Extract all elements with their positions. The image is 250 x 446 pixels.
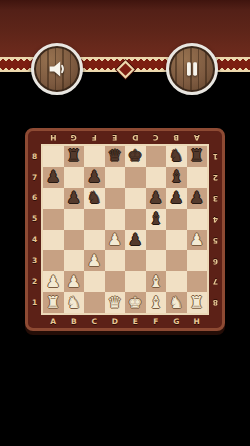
- file-label: G: [64, 132, 85, 143]
- square-d5[interactable]: [105, 209, 126, 230]
- square-b7[interactable]: [64, 167, 85, 188]
- piece-white-pawn: ♟: [87, 253, 101, 269]
- piece-black-pawn: ♟: [128, 232, 142, 248]
- square-d3[interactable]: [105, 250, 126, 271]
- square-g7[interactable]: ♝: [166, 167, 187, 188]
- rank-labels-left: 87654321: [29, 146, 40, 313]
- square-a6[interactable]: [43, 188, 64, 209]
- rank-label: 4: [29, 230, 40, 251]
- square-f8[interactable]: [146, 146, 167, 167]
- piece-white-rook: ♜: [46, 295, 60, 311]
- square-c7[interactable]: ♟: [84, 167, 105, 188]
- file-label: B: [166, 132, 187, 143]
- square-d8[interactable]: ♛: [105, 146, 126, 167]
- piece-white-pawn: ♟: [67, 274, 81, 290]
- square-d7[interactable]: [105, 167, 126, 188]
- file-labels-bottom: ABCDEFGH: [43, 316, 207, 327]
- file-label: E: [125, 316, 146, 327]
- file-label: A: [43, 316, 64, 327]
- chess-board: ABCDEFGH ABCDEFGH 87654321 87654321 ♜♛♚♞…: [25, 128, 225, 331]
- square-h7[interactable]: [187, 167, 208, 188]
- square-e4[interactable]: ♟: [125, 230, 146, 251]
- piece-black-knight: ♞: [169, 148, 183, 164]
- square-h3[interactable]: [187, 250, 208, 271]
- file-label: F: [146, 316, 167, 327]
- square-c4[interactable]: [84, 230, 105, 251]
- square-h1[interactable]: ♜: [187, 292, 208, 313]
- square-d2[interactable]: [105, 271, 126, 292]
- pause-button[interactable]: [166, 43, 218, 95]
- square-g8[interactable]: ♞: [166, 146, 187, 167]
- rank-label: 5: [29, 209, 40, 230]
- square-b5[interactable]: [64, 209, 85, 230]
- square-h2[interactable]: [187, 271, 208, 292]
- piece-black-pawn: ♟: [169, 190, 183, 206]
- square-b1[interactable]: ♞: [64, 292, 85, 313]
- square-a1[interactable]: ♜: [43, 292, 64, 313]
- piece-white-rook: ♜: [190, 295, 204, 311]
- file-label: H: [187, 316, 208, 327]
- rank-label: 2: [29, 271, 40, 292]
- square-b3[interactable]: [64, 250, 85, 271]
- file-label: B: [64, 316, 85, 327]
- rank-label: 6: [210, 250, 221, 271]
- square-f2[interactable]: ♝: [146, 271, 167, 292]
- square-b2[interactable]: ♟: [64, 271, 85, 292]
- file-labels-top: ABCDEFGH: [43, 132, 207, 143]
- piece-black-rook: ♜: [190, 148, 204, 164]
- rank-label: 4: [210, 209, 221, 230]
- piece-white-pawn: ♟: [190, 232, 204, 248]
- square-e5[interactable]: [125, 209, 146, 230]
- rank-labels-right: 87654321: [210, 146, 221, 313]
- piece-white-knight: ♞: [169, 295, 183, 311]
- square-h4[interactable]: ♟: [187, 230, 208, 251]
- square-a5[interactable]: [43, 209, 64, 230]
- file-label: E: [105, 132, 126, 143]
- square-h5[interactable]: [187, 209, 208, 230]
- rank-label: 7: [29, 167, 40, 188]
- sound-button[interactable]: [31, 43, 83, 95]
- piece-black-rook: ♜: [67, 148, 81, 164]
- square-b6[interactable]: ♟: [64, 188, 85, 209]
- square-d4[interactable]: ♟: [105, 230, 126, 251]
- square-e7[interactable]: [125, 167, 146, 188]
- rank-label: 8: [210, 292, 221, 313]
- rank-label: 6: [29, 188, 40, 209]
- piece-black-queen: ♛: [108, 148, 122, 164]
- square-f7[interactable]: [146, 167, 167, 188]
- square-c2[interactable]: [84, 271, 105, 292]
- rank-label: 7: [210, 271, 221, 292]
- piece-black-pawn: ♟: [87, 169, 101, 185]
- square-c8[interactable]: [84, 146, 105, 167]
- piece-white-pawn: ♟: [46, 274, 60, 290]
- game-screen: ABCDEFGH ABCDEFGH 87654321 87654321 ♜♛♚♞…: [0, 0, 250, 446]
- file-label: C: [146, 132, 167, 143]
- square-c3[interactable]: ♟: [84, 250, 105, 271]
- square-f6[interactable]: ♟: [146, 188, 167, 209]
- square-f3[interactable]: [146, 250, 167, 271]
- square-c6[interactable]: ♞: [84, 188, 105, 209]
- piece-black-bishop: ♝: [169, 169, 183, 185]
- square-a8[interactable]: [43, 146, 64, 167]
- pause-icon: [182, 59, 202, 79]
- square-a3[interactable]: [43, 250, 64, 271]
- square-f1[interactable]: ♝: [146, 292, 167, 313]
- file-label: G: [166, 316, 187, 327]
- rank-label: 3: [210, 188, 221, 209]
- square-f4[interactable]: [146, 230, 167, 251]
- piece-black-bishop: ♝: [149, 211, 163, 227]
- square-c5[interactable]: [84, 209, 105, 230]
- piece-white-bishop: ♝: [149, 295, 163, 311]
- piece-black-knight: ♞: [87, 190, 101, 206]
- speaker-icon: [46, 58, 68, 80]
- piece-white-queen: ♛: [108, 295, 122, 311]
- file-label: F: [84, 132, 105, 143]
- rank-label: 3: [29, 250, 40, 271]
- square-h6[interactable]: ♟: [187, 188, 208, 209]
- square-c1[interactable]: [84, 292, 105, 313]
- square-g5[interactable]: [166, 209, 187, 230]
- square-b4[interactable]: [64, 230, 85, 251]
- square-e2[interactable]: [125, 271, 146, 292]
- piece-black-pawn: ♟: [149, 190, 163, 206]
- piece-white-king: ♚: [128, 295, 142, 311]
- rank-label: 5: [210, 230, 221, 251]
- square-g6[interactable]: ♟: [166, 188, 187, 209]
- square-d1[interactable]: ♛: [105, 292, 126, 313]
- piece-black-pawn: ♟: [46, 169, 60, 185]
- piece-white-bishop: ♝: [149, 274, 163, 290]
- square-b8[interactable]: ♜: [64, 146, 85, 167]
- file-label: D: [125, 132, 146, 143]
- square-e6[interactable]: [125, 188, 146, 209]
- square-a7[interactable]: ♟: [43, 167, 64, 188]
- square-g1[interactable]: ♞: [166, 292, 187, 313]
- file-label: H: [43, 132, 64, 143]
- piece-black-pawn: ♟: [67, 190, 81, 206]
- file-label: D: [105, 316, 126, 327]
- piece-white-knight: ♞: [67, 295, 81, 311]
- square-g4[interactable]: [166, 230, 187, 251]
- square-g2[interactable]: [166, 271, 187, 292]
- square-e3[interactable]: [125, 250, 146, 271]
- board-squares: ♜♛♚♞♜♟♟♝♟♞♟♟♟♝♟♟♟♟♟♟♝♜♞♛♚♝♞♜: [41, 144, 209, 315]
- header-banner: [0, 0, 250, 57]
- square-e1[interactable]: ♚: [125, 292, 146, 313]
- square-d6[interactable]: [105, 188, 126, 209]
- rank-label: 8: [29, 146, 40, 167]
- square-a2[interactable]: ♟: [43, 271, 64, 292]
- square-f5[interactable]: ♝: [146, 209, 167, 230]
- piece-white-pawn: ♟: [108, 232, 122, 248]
- file-label: C: [84, 316, 105, 327]
- piece-black-pawn: ♟: [190, 190, 204, 206]
- file-label: A: [187, 132, 208, 143]
- rank-label: 1: [210, 146, 221, 167]
- piece-black-king: ♚: [128, 148, 142, 164]
- square-e8[interactable]: ♚: [125, 146, 146, 167]
- rank-label: 2: [210, 167, 221, 188]
- square-a4[interactable]: [43, 230, 64, 251]
- rank-label: 1: [29, 292, 40, 313]
- square-h8[interactable]: ♜: [187, 146, 208, 167]
- square-g3[interactable]: [166, 250, 187, 271]
